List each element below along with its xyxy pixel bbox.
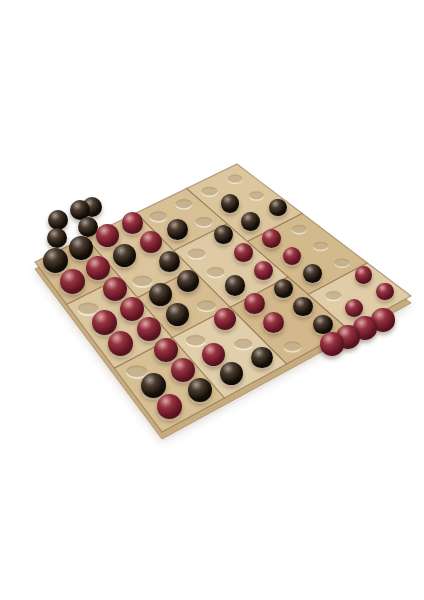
dimple-empty[interactable] <box>284 341 302 351</box>
dimple-empty[interactable] <box>186 335 205 346</box>
black-marble[interactable] <box>251 347 273 369</box>
table-surface: Wooden 8x8 dimpled tile board with black… <box>0 0 424 600</box>
dimple-empty[interactable] <box>149 211 167 221</box>
dimple-empty[interactable] <box>133 275 152 286</box>
dimple-empty[interactable] <box>335 258 350 266</box>
black-marble[interactable] <box>225 275 246 296</box>
red-marble[interactable] <box>262 229 281 248</box>
dimple-empty[interactable] <box>234 339 252 349</box>
black-marble[interactable] <box>43 248 68 273</box>
black-marble[interactable] <box>167 219 188 240</box>
red-marble[interactable] <box>376 283 394 301</box>
dimple-empty[interactable] <box>292 225 307 233</box>
black-marble[interactable] <box>177 270 199 292</box>
dimple-empty[interactable] <box>188 248 206 258</box>
game-board <box>0 0 424 600</box>
dimple-empty[interactable] <box>176 199 193 208</box>
black-marble[interactable] <box>241 212 260 231</box>
dimple-empty[interactable] <box>207 267 225 277</box>
dimple-empty[interactable] <box>313 242 328 250</box>
red-marble[interactable] <box>60 269 85 294</box>
black-marble[interactable] <box>113 244 136 267</box>
red-marble[interactable] <box>244 293 265 314</box>
black-marble[interactable] <box>149 283 172 306</box>
red-marble[interactable] <box>263 312 284 333</box>
red-marble[interactable] <box>171 358 195 382</box>
red-marble[interactable] <box>202 343 225 366</box>
black-marble[interactable] <box>141 373 166 398</box>
dimple-empty[interactable] <box>249 191 264 199</box>
red-marble[interactable] <box>355 266 373 284</box>
black-marble[interactable] <box>269 199 287 217</box>
dimple-empty[interactable] <box>197 300 215 310</box>
dimple-empty[interactable] <box>228 174 243 182</box>
dimple-empty[interactable] <box>202 187 218 196</box>
black-marble[interactable] <box>303 264 322 283</box>
black-marble[interactable] <box>220 362 243 385</box>
red-marble[interactable] <box>214 308 236 330</box>
red-marble[interactable] <box>154 338 178 362</box>
red-marble[interactable] <box>96 224 119 247</box>
dimple-empty[interactable] <box>325 291 341 300</box>
off-board-red-marble[interactable] <box>320 332 343 355</box>
red-marble[interactable] <box>103 277 127 301</box>
dimple-empty[interactable] <box>195 217 212 226</box>
